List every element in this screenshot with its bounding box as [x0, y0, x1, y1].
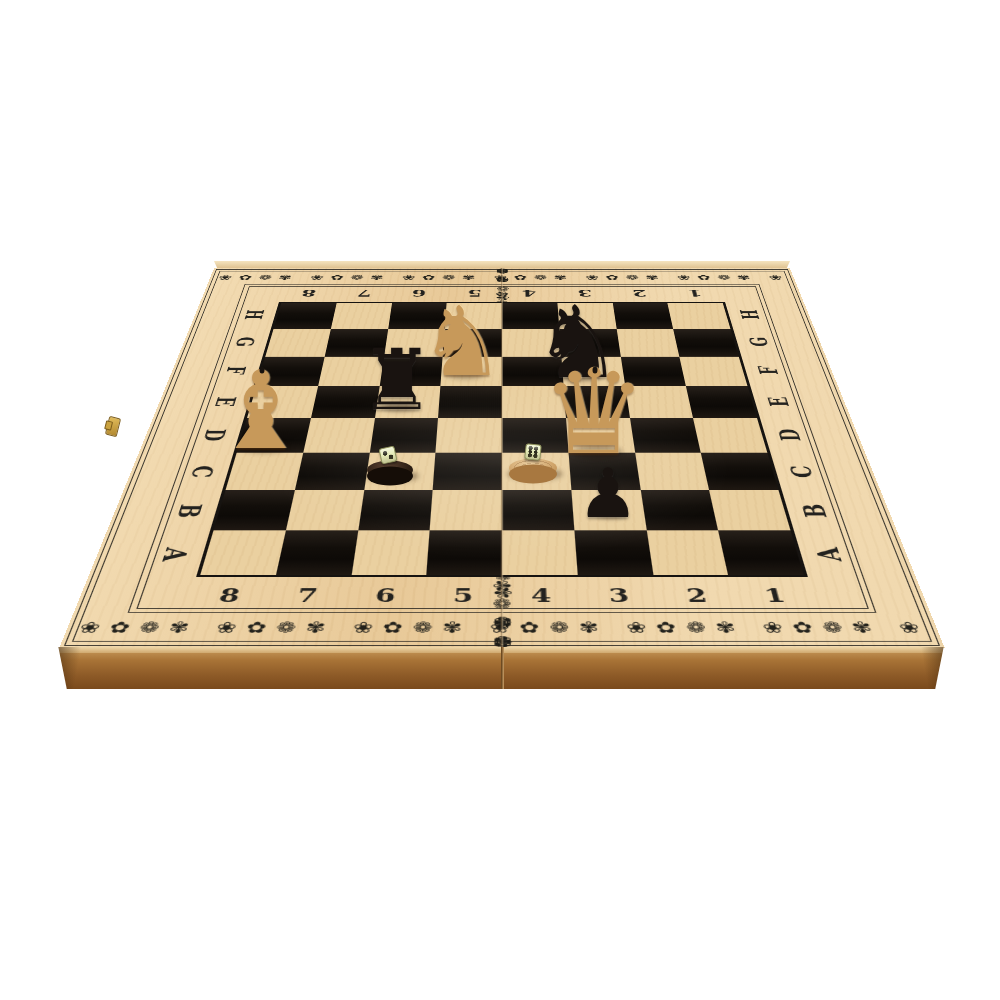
rank-label-top-1: 1	[686, 287, 703, 298]
square-a2[interactable]	[646, 531, 728, 575]
square-c1[interactable]	[701, 452, 778, 489]
rim-seam	[501, 647, 504, 689]
rank-label-bottom-2: 2	[685, 584, 709, 606]
rim-miter-right	[915, 647, 945, 689]
square-h8[interactable]	[274, 303, 337, 329]
file-label-right-a: A	[809, 547, 848, 561]
brass-clasp-icon	[105, 416, 121, 437]
square-a5[interactable]	[427, 531, 502, 575]
square-a1[interactable]	[718, 531, 803, 575]
square-b4[interactable]	[502, 490, 574, 531]
rank-label-bottom-4: 4	[531, 584, 552, 606]
square-b8[interactable]	[213, 490, 294, 531]
rank-label-top-7: 7	[356, 287, 372, 298]
file-label-right-b: B	[796, 504, 834, 518]
file-label-right-h: H	[735, 310, 765, 320]
file-label-right-d: D	[772, 429, 807, 441]
board-front-rim	[57, 647, 945, 689]
square-b2[interactable]	[640, 490, 718, 531]
black-pawn-c3[interactable]: ♟	[578, 460, 639, 528]
rank-label-top-2: 2	[632, 287, 648, 298]
square-e1[interactable]	[686, 386, 757, 418]
file-label-left-g: G	[230, 337, 260, 347]
rank-label-bottom-3: 3	[608, 584, 631, 606]
file-label-left-h: H	[239, 310, 269, 320]
square-b6[interactable]	[358, 490, 433, 531]
file-label-left-a: A	[155, 547, 194, 561]
file-label-right-c: C	[784, 465, 820, 477]
square-f1[interactable]	[680, 356, 748, 386]
file-label-right-f: F	[753, 366, 784, 375]
square-b5[interactable]	[430, 490, 502, 531]
square-h7[interactable]	[331, 303, 392, 329]
square-a4[interactable]	[502, 531, 577, 575]
square-a6[interactable]	[351, 531, 430, 575]
square-b7[interactable]	[286, 490, 364, 531]
square-b1[interactable]	[709, 490, 790, 531]
light-backgammon-checker[interactable]	[509, 459, 557, 478]
file-label-left-b: B	[170, 504, 208, 518]
square-a7[interactable]	[276, 531, 358, 575]
rank-label-bottom-5: 5	[452, 584, 473, 606]
light-backgammon-checker-die-6[interactable]	[524, 443, 542, 461]
square-d1[interactable]	[693, 418, 767, 452]
square-a3[interactable]	[574, 531, 653, 575]
dark-backgammon-checker-die-2[interactable]	[379, 446, 398, 465]
black-rook-e6[interactable]: ♜	[359, 338, 434, 422]
square-h1[interactable]	[668, 303, 731, 329]
product-photo-stage: ❀✿❁✾ ❀✿❁✾ ❀✿❁✾ ❀✿❁✾ ❀✿❁✾ ❀✿❁✾ ❀✿❁✾ ❀✿❁✾ …	[0, 0, 1000, 1000]
rank-label-bottom-6: 6	[374, 584, 397, 606]
file-label-right-e: E	[762, 397, 795, 407]
square-g1[interactable]	[673, 329, 738, 357]
dark-backgammon-checker[interactable]	[367, 461, 413, 480]
white-bishop-d8[interactable]: ♝	[213, 357, 310, 465]
rank-label-bottom-7: 7	[295, 584, 319, 606]
square-a8[interactable]	[200, 531, 285, 575]
square-c5[interactable]	[433, 452, 502, 489]
file-label-right-g: G	[744, 337, 774, 347]
rim-miter-left	[57, 647, 87, 689]
square-d5[interactable]	[436, 418, 502, 452]
